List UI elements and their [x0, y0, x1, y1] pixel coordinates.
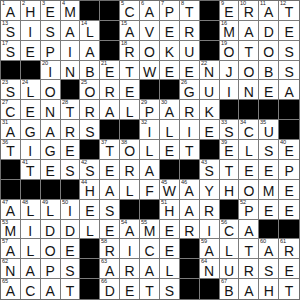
letter-cell-r3c12[interactable]: O — [239, 61, 259, 81]
letter-cell-r2c8[interactable]: K — [160, 41, 180, 61]
letter-cell-r5c8[interactable]: 30A — [160, 100, 180, 120]
letter-cell-r13c2[interactable]: P — [41, 259, 61, 279]
cell-letter: I — [28, 140, 32, 158]
cell-letter: A — [105, 101, 114, 119]
cell-letter: A — [244, 280, 253, 298]
letter-cell-r12c10[interactable]: 59A — [200, 239, 220, 259]
letter-cell-r6c8[interactable]: L — [160, 120, 180, 140]
letter-cell-r14c0[interactable]: 65A — [1, 279, 21, 299]
letter-cell-r0c2[interactable]: 3E — [41, 1, 61, 21]
cell-letter: E — [264, 81, 273, 99]
letter-cell-r4c6[interactable]: E — [120, 80, 140, 100]
letter-cell-r5c4[interactable]: R — [80, 100, 100, 120]
cell-letter: I — [207, 220, 211, 238]
cell-letter: L — [86, 220, 94, 238]
letter-cell-r11c3[interactable]: D — [61, 220, 81, 240]
black-cell-r12c9 — [180, 239, 200, 259]
clue-number: 7 — [161, 1, 164, 7]
letter-cell-r10c5[interactable]: S — [100, 200, 120, 220]
cell-letter: D — [65, 220, 75, 238]
letter-cell-r8c3[interactable]: S — [61, 160, 81, 180]
cell-letter: B — [264, 61, 273, 79]
letter-cell-r6c10[interactable]: E — [200, 120, 220, 140]
clue-number: 39 — [221, 140, 227, 146]
cell-letter: P — [165, 1, 174, 19]
letter-cell-r7c1[interactable]: I — [21, 140, 41, 160]
letter-cell-r11c9[interactable]: R — [180, 220, 200, 240]
clue-number: 48 — [22, 200, 28, 206]
letter-cell-r12c7[interactable]: C — [140, 239, 160, 259]
letter-cell-r12c0[interactable]: 57A — [1, 239, 21, 259]
clue-number: 44 — [81, 180, 87, 186]
cell-letter: A — [284, 81, 293, 99]
letter-cell-r6c9[interactable]: I — [180, 120, 200, 140]
letter-cell-r3c8[interactable]: E — [160, 61, 180, 81]
letter-cell-r1c0[interactable]: 13S — [1, 21, 21, 41]
letter-cell-r1c8[interactable]: E — [160, 21, 180, 41]
letter-cell-r2c13[interactable]: O — [259, 41, 279, 61]
letter-cell-r12c14[interactable]: 61R — [279, 239, 299, 259]
letter-cell-r13c7[interactable]: A — [140, 259, 160, 279]
letter-cell-r13c10[interactable]: 64N — [200, 259, 220, 279]
letter-cell-r7c8[interactable]: E — [160, 140, 180, 160]
letter-cell-r3c10[interactable]: 22N — [200, 61, 220, 81]
letter-cell-r4c1[interactable]: 24L — [21, 80, 41, 100]
letter-cell-r9c14[interactable]: E — [279, 180, 299, 200]
letter-cell-r11c7[interactable]: 55M — [140, 220, 160, 240]
letter-cell-r11c6[interactable]: 54A — [120, 220, 140, 240]
letter-cell-r7c13[interactable]: S — [259, 140, 279, 160]
cell-letter: J — [225, 61, 232, 79]
letter-cell-r4c13[interactable]: E — [259, 80, 279, 100]
letter-cell-r10c10[interactable]: R — [200, 200, 220, 220]
black-cell-r2c10 — [200, 41, 220, 61]
black-cell-r7c4 — [80, 140, 100, 160]
letter-cell-r1c4[interactable]: 14L — [80, 21, 100, 41]
letter-cell-r14c1[interactable]: C — [21, 279, 41, 299]
cell-letter: T — [185, 1, 194, 19]
letter-cell-r12c6[interactable]: I — [120, 239, 140, 259]
letter-cell-r2c9[interactable]: U — [180, 41, 200, 61]
letter-cell-r6c0[interactable]: 31A — [1, 120, 21, 140]
cell-letter: O — [144, 41, 155, 59]
letter-cell-r13c13[interactable]: S — [259, 259, 279, 279]
letter-cell-r14c13[interactable]: H — [259, 279, 279, 299]
letter-cell-r14c2[interactable]: A — [41, 279, 61, 299]
clue-number: 43 — [201, 160, 207, 166]
clue-number: 31 — [2, 120, 8, 126]
clue-number: 21 — [101, 61, 107, 67]
letter-cell-r5c9[interactable]: R — [180, 100, 200, 120]
clue-number: 28 — [62, 100, 68, 106]
letter-cell-r10c14[interactable]: E — [279, 200, 299, 220]
letter-cell-r4c10[interactable]: U — [200, 80, 220, 100]
clue-number: 14 — [81, 21, 87, 27]
letter-cell-r0c8[interactable]: 7P — [160, 1, 180, 21]
letter-cell-r14c7[interactable]: T — [140, 279, 160, 299]
letter-cell-r2c14[interactable]: S — [279, 41, 299, 61]
letter-cell-r8c7[interactable]: A — [140, 160, 160, 180]
letter-cell-r8c11[interactable]: T — [220, 160, 240, 180]
cell-letter: N — [65, 61, 75, 79]
clue-number: 55 — [141, 220, 147, 226]
letter-cell-r13c0[interactable]: 62N — [1, 259, 21, 279]
letter-cell-r13c8[interactable]: L — [160, 259, 180, 279]
letter-cell-r1c2[interactable]: S — [41, 21, 61, 41]
letter-cell-r0c7[interactable]: 6A — [140, 1, 160, 21]
letter-cell-r2c6[interactable]: 18R — [120, 41, 140, 61]
clue-number: 11 — [260, 1, 266, 7]
cell-letter: M — [263, 180, 275, 198]
letter-cell-r4c12[interactable]: N — [239, 80, 259, 100]
letter-cell-r4c2[interactable]: O — [41, 80, 61, 100]
letter-cell-r0c1[interactable]: 2H — [21, 1, 41, 21]
letter-cell-r12c5[interactable]: 58R — [100, 239, 120, 259]
letter-cell-r12c3[interactable]: E — [61, 239, 81, 259]
cell-letter: U — [224, 260, 234, 278]
cell-letter: R — [244, 260, 254, 278]
letter-cell-r11c12[interactable]: A — [239, 220, 259, 240]
letter-cell-r9c13[interactable]: M — [259, 180, 279, 200]
cell-letter: O — [45, 81, 56, 99]
letter-cell-r11c1[interactable]: I — [21, 220, 41, 240]
cell-letter: R — [184, 220, 194, 238]
letter-cell-r8c4[interactable]: 42S — [80, 160, 100, 180]
letter-cell-r3c5[interactable]: 21E — [100, 61, 120, 81]
letter-cell-r14c3[interactable]: T — [61, 279, 81, 299]
letter-cell-r7c0[interactable]: 36T — [1, 140, 21, 160]
letter-cell-r12c8[interactable]: E — [160, 239, 180, 259]
letter-cell-r5c1[interactable]: E — [21, 100, 41, 120]
letter-cell-r6c12[interactable]: 34C — [239, 120, 259, 140]
letter-cell-r9c10[interactable]: Y — [200, 180, 220, 200]
black-cell-r9c0 — [1, 180, 21, 200]
letter-cell-r14c8[interactable]: S — [160, 279, 180, 299]
letter-cell-r10c13[interactable]: E — [259, 200, 279, 220]
cell-letter: L — [225, 240, 233, 258]
clue-number: 17 — [2, 41, 8, 47]
letter-cell-r1c3[interactable]: A — [61, 21, 81, 41]
letter-cell-r6c13[interactable]: 35U — [259, 120, 279, 140]
clue-number: 66 — [101, 279, 107, 285]
black-cell-r3c0 — [1, 61, 21, 81]
clue-number: 41 — [22, 160, 28, 166]
cell-letter: E — [165, 140, 174, 158]
letter-cell-r1c7[interactable]: V — [140, 21, 160, 41]
letter-cell-r4c11[interactable]: I — [220, 80, 240, 100]
clue-number: 47 — [2, 200, 8, 206]
letter-cell-r12c11[interactable]: L — [220, 239, 240, 259]
cell-letter: T — [245, 41, 254, 59]
black-cell-r5c14 — [279, 100, 299, 120]
black-cell-r8c0 — [1, 160, 21, 180]
letter-cell-r7c9[interactable]: T — [180, 140, 200, 160]
cell-letter: F — [145, 180, 154, 198]
letter-cell-r4c9[interactable]: 26G — [180, 80, 200, 100]
letter-cell-r0c11[interactable]: 9E — [220, 1, 240, 21]
clue-number: 4 — [62, 1, 65, 7]
letter-cell-r9c12[interactable]: O — [239, 180, 259, 200]
letter-cell-r5c6[interactable]: L — [120, 100, 140, 120]
black-cell-r14c4 — [80, 279, 100, 299]
cell-letter: E — [105, 220, 114, 238]
cell-letter: V — [145, 21, 154, 39]
letter-cell-r9c9[interactable]: 46A — [180, 180, 200, 200]
cell-letter: A — [244, 21, 253, 39]
letter-cell-r4c0[interactable]: 23S — [1, 80, 21, 100]
letter-cell-r8c1[interactable]: 41T — [21, 160, 41, 180]
letter-cell-r2c7[interactable]: O — [140, 41, 160, 61]
letter-cell-r6c2[interactable]: A — [41, 120, 61, 140]
black-cell-r5c11 — [220, 100, 240, 120]
letter-cell-r3c7[interactable]: W — [140, 61, 160, 81]
cell-letter: P — [45, 41, 54, 59]
cell-letter: A — [105, 180, 114, 198]
letter-cell-r10c12[interactable]: 52P — [239, 200, 259, 220]
letter-cell-r8c10[interactable]: 43S — [200, 160, 220, 180]
letter-cell-r13c11[interactable]: U — [220, 259, 240, 279]
letter-cell-r8c12[interactable]: E — [239, 160, 259, 180]
letter-cell-r9c7[interactable]: F — [140, 180, 160, 200]
letter-cell-r13c1[interactable]: A — [21, 259, 41, 279]
letter-cell-r8c13[interactable]: E — [259, 160, 279, 180]
letter-cell-r5c5[interactable]: A — [100, 100, 120, 120]
black-cell-r9c2 — [41, 180, 61, 200]
black-cell-r0c5 — [100, 1, 120, 21]
letter-cell-r1c9[interactable]: R — [180, 21, 200, 41]
letter-cell-r1c11[interactable]: 16M — [220, 21, 240, 41]
black-cell-r13c9 — [180, 259, 200, 279]
cell-letter: A — [145, 260, 154, 278]
letter-cell-r10c2[interactable]: 49L — [41, 200, 61, 220]
letter-cell-r13c3[interactable]: S — [61, 259, 81, 279]
cell-letter: E — [284, 21, 293, 39]
letter-cell-r3c9[interactable]: E — [180, 61, 200, 81]
black-cell-r1c5 — [100, 21, 120, 41]
cell-letter: R — [65, 121, 75, 139]
cell-letter: E — [185, 61, 194, 79]
cell-letter: H — [25, 1, 35, 19]
letter-cell-r4c4[interactable]: 25O — [80, 80, 100, 100]
letter-cell-r1c1[interactable]: I — [21, 21, 41, 41]
cell-letter: E — [165, 240, 174, 258]
letter-cell-r1c6[interactable]: 15A — [120, 21, 140, 41]
cell-letter: A — [45, 280, 54, 298]
clue-number: 24 — [22, 80, 28, 86]
cell-letter: E — [264, 200, 273, 218]
cell-letter: L — [126, 180, 134, 198]
letter-cell-r5c0[interactable]: 27C — [1, 100, 21, 120]
clue-number: 10 — [240, 1, 246, 7]
cell-letter: I — [68, 200, 72, 218]
letter-cell-r6c1[interactable]: G — [21, 120, 41, 140]
letter-cell-r11c11[interactable]: 56C — [220, 220, 240, 240]
clue-number: 2 — [22, 1, 25, 7]
cell-letter: E — [284, 260, 293, 278]
clue-number: 26 — [181, 80, 187, 86]
black-cell-r9c3 — [61, 180, 81, 200]
letter-cell-r11c10[interactable]: I — [200, 220, 220, 240]
letter-cell-r2c11[interactable]: 19O — [220, 41, 240, 61]
letter-cell-r12c1[interactable]: L — [21, 239, 41, 259]
letter-cell-r0c0[interactable]: 1A — [1, 1, 21, 21]
cell-letter: N — [244, 81, 254, 99]
letter-cell-r8c14[interactable]: P — [279, 160, 299, 180]
cell-letter: I — [187, 121, 191, 139]
letter-cell-r7c6[interactable]: 38O — [120, 140, 140, 160]
black-cell-r9c1 — [21, 180, 41, 200]
letter-cell-r13c14[interactable]: E — [279, 259, 299, 279]
letter-cell-r11c2[interactable]: D — [41, 220, 61, 240]
cell-letter: G — [45, 140, 56, 158]
letter-cell-r7c11[interactable]: 39E — [220, 140, 240, 160]
letter-cell-r3c11[interactable]: J — [220, 61, 240, 81]
letter-cell-r13c5[interactable]: 63A — [100, 259, 120, 279]
letter-cell-r6c11[interactable]: 33S — [220, 120, 240, 140]
cell-letter: E — [65, 140, 74, 158]
letter-cell-r10c4[interactable]: E — [80, 200, 100, 220]
letter-cell-r0c3[interactable]: 4M — [61, 1, 81, 21]
cell-letter: O — [263, 41, 274, 59]
letter-cell-r10c8[interactable]: 51H — [160, 200, 180, 220]
letter-cell-r2c3[interactable]: I — [61, 41, 81, 61]
letter-cell-r2c0[interactable]: 17S — [1, 41, 21, 61]
letter-cell-r11c4[interactable]: L — [80, 220, 100, 240]
letter-cell-r7c5[interactable]: 37T — [100, 140, 120, 160]
cell-letter: I — [28, 21, 32, 39]
letter-cell-r3c13[interactable]: B — [259, 61, 279, 81]
clue-number: 25 — [81, 80, 87, 86]
letter-cell-r7c14[interactable]: 40E — [279, 140, 299, 160]
clue-number: 61 — [280, 239, 286, 245]
clue-number: 22 — [201, 61, 207, 67]
clue-number: 16 — [221, 21, 227, 27]
letter-cell-r9c11[interactable]: H — [220, 180, 240, 200]
letter-cell-r10c1[interactable]: 48L — [21, 200, 41, 220]
letter-cell-r6c3[interactable]: R — [61, 120, 81, 140]
letter-cell-r9c4[interactable]: 44H — [80, 180, 100, 200]
black-cell-r3c1 — [21, 61, 41, 81]
letter-cell-r7c3[interactable]: E — [61, 140, 81, 160]
letter-cell-r14c12[interactable]: A — [239, 279, 259, 299]
letter-cell-r3c14[interactable]: S — [279, 61, 299, 81]
letter-cell-r3c6[interactable]: T — [120, 61, 140, 81]
letter-cell-r3c4[interactable]: B — [80, 61, 100, 81]
letter-cell-r8c6[interactable]: R — [120, 160, 140, 180]
black-cell-r0c4 — [80, 1, 100, 21]
cell-letter: K — [204, 101, 213, 119]
letter-cell-r9c8[interactable]: 45W — [160, 180, 180, 200]
cell-letter: T — [285, 280, 294, 298]
letter-cell-r8c5[interactable]: E — [100, 160, 120, 180]
letter-cell-r6c4[interactable]: S — [80, 120, 100, 140]
letter-cell-r11c0[interactable]: 53M — [1, 220, 21, 240]
letter-cell-r0c6[interactable]: 5C — [120, 1, 140, 21]
letter-cell-r8c2[interactable]: E — [41, 160, 61, 180]
clue-number: 5 — [121, 1, 124, 7]
letter-cell-r13c6[interactable]: R — [120, 259, 140, 279]
letter-cell-r2c1[interactable]: E — [21, 41, 41, 61]
letter-cell-r5c2[interactable]: N — [41, 100, 61, 120]
letter-cell-r12c12[interactable]: T — [239, 239, 259, 259]
letter-cell-r4c5[interactable]: R — [100, 80, 120, 100]
letter-cell-r2c2[interactable]: P — [41, 41, 61, 61]
letter-cell-r7c7[interactable]: L — [140, 140, 160, 160]
letter-cell-r3c3[interactable]: N — [61, 61, 81, 81]
cell-letter: E — [165, 61, 174, 79]
cell-letter: L — [146, 140, 154, 158]
letter-cell-r10c9[interactable]: A — [180, 200, 200, 220]
letter-cell-r9c5[interactable]: A — [100, 180, 120, 200]
cell-letter: E — [45, 1, 54, 19]
letter-cell-r1c12[interactable]: A — [239, 21, 259, 41]
letter-cell-r5c3[interactable]: 28T — [61, 100, 81, 120]
clue-number: 33 — [221, 120, 227, 126]
letter-cell-r1c13[interactable]: D — [259, 21, 279, 41]
black-cell-r10c11 — [220, 200, 240, 220]
black-cell-r14c10 — [200, 279, 220, 299]
clue-number: 45 — [161, 180, 167, 186]
cell-letter: E — [85, 200, 94, 218]
letter-cell-r10c3[interactable]: 50I — [61, 200, 81, 220]
cell-letter: S — [264, 140, 273, 158]
letter-cell-r14c11[interactable]: 67B — [220, 279, 240, 299]
cell-letter: U — [204, 81, 214, 99]
letter-cell-r0c12[interactable]: 10R — [239, 1, 259, 21]
letter-cell-r0c14[interactable]: 12T — [279, 1, 299, 21]
cell-letter: T — [125, 61, 134, 79]
letter-cell-r4c14[interactable]: A — [279, 80, 299, 100]
letter-cell-r14c14[interactable]: T — [279, 279, 299, 299]
clue-number: 60 — [260, 239, 266, 245]
clue-number: 63 — [101, 259, 107, 265]
clue-number: 38 — [121, 140, 127, 146]
letter-cell-r11c5[interactable]: E — [100, 220, 120, 240]
clue-number: 6 — [141, 1, 144, 7]
letter-cell-r1c14[interactable]: E — [279, 21, 299, 41]
letter-cell-r7c12[interactable]: L — [239, 140, 259, 160]
letter-cell-r13c12[interactable]: R — [239, 259, 259, 279]
letter-cell-r10c0[interactable]: 47A — [1, 200, 21, 220]
cell-letter: S — [105, 200, 114, 218]
letter-cell-r5c7[interactable]: 29P — [140, 100, 160, 120]
letter-cell-r9c6[interactable]: L — [120, 180, 140, 200]
cell-letter: E — [224, 1, 233, 19]
letter-cell-r2c12[interactable]: T — [239, 41, 259, 61]
cell-letter: S — [264, 260, 273, 278]
clue-number: 62 — [2, 259, 8, 265]
letter-cell-r5c10[interactable]: K — [200, 100, 220, 120]
letter-cell-r7c2[interactable]: G — [41, 140, 61, 160]
cell-letter: U — [184, 41, 194, 59]
letter-cell-r12c13[interactable]: 60A — [259, 239, 279, 259]
letter-cell-r14c6[interactable]: E — [120, 279, 140, 299]
letter-cell-r14c5[interactable]: 66D — [100, 279, 120, 299]
cell-letter: A — [65, 21, 74, 39]
letter-cell-r6c7[interactable]: 32I — [140, 120, 160, 140]
cell-letter: C — [144, 240, 154, 258]
letter-cell-r11c8[interactable]: E — [160, 220, 180, 240]
cell-letter: L — [165, 260, 173, 278]
letter-cell-r3c2[interactable]: 20I — [41, 61, 61, 81]
cell-letter: A — [85, 41, 94, 59]
letter-cell-r0c13[interactable]: 11A — [259, 1, 279, 21]
cell-letter: C — [125, 1, 135, 19]
black-cell-r2c5 — [100, 41, 120, 61]
letter-cell-r0c9[interactable]: 8T — [180, 1, 200, 21]
letter-cell-r12c2[interactable]: O — [41, 239, 61, 259]
letter-cell-r2c4[interactable]: A — [80, 41, 100, 61]
